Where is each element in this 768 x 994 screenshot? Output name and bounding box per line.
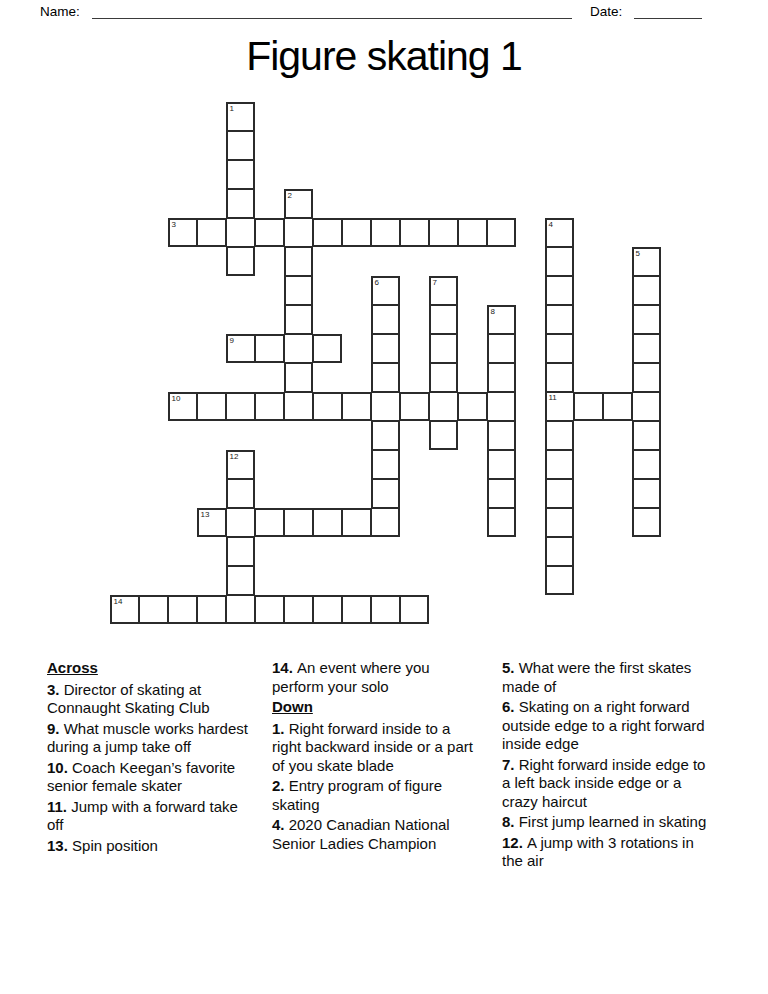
grid-cell[interactable] [226, 566, 255, 595]
grid-cell[interactable] [284, 392, 313, 421]
grid-cell[interactable] [342, 595, 371, 624]
clue-number: 14 [114, 597, 123, 606]
clue-num-label: 14. [272, 659, 297, 676]
grid-cell[interactable] [632, 334, 661, 363]
clue-text: Coach Keegan’s favorite senior female sk… [47, 759, 235, 795]
page-title: Figure skating 1 [0, 33, 768, 80]
grid-cell[interactable] [545, 566, 574, 595]
grid-cell[interactable] [197, 392, 226, 421]
clue-7-down: 7. Right forward inside edge to a left b… [502, 756, 714, 812]
clue-10-across: 10. Coach Keegan’s favorite senior femal… [47, 759, 251, 796]
clue-3-across: 3. Director of skating at Connaught Skat… [47, 681, 251, 718]
clue-num-label: 13. [47, 837, 72, 854]
grid-cell[interactable] [429, 421, 458, 450]
clue-num-label: 4. [272, 816, 289, 833]
clue-num-label: 7. [502, 756, 519, 773]
clue-2-down: 2. Entry program of figure skating [272, 777, 479, 814]
grid-cell[interactable]: 13 [197, 508, 226, 537]
grid-cell[interactable]: 1 [226, 102, 255, 131]
grid-cell[interactable]: 11 [545, 392, 574, 421]
grid-cell[interactable] [371, 218, 400, 247]
clue-number: 2 [288, 191, 292, 200]
grid-cell[interactable] [255, 392, 284, 421]
clue-text: First jump learned in skating [519, 813, 707, 830]
clue-num-label: 6. [502, 698, 519, 715]
clue-text: Right forward inside edge to a left back… [502, 756, 705, 810]
grid-cell[interactable]: 4 [545, 218, 574, 247]
grid-cell[interactable] [400, 392, 429, 421]
grid-cell[interactable] [371, 305, 400, 334]
clue-number: 8 [491, 307, 495, 316]
grid-cell[interactable] [545, 247, 574, 276]
clue-number: 11 [549, 393, 557, 402]
grid-cell[interactable] [284, 218, 313, 247]
grid-cell[interactable] [458, 392, 487, 421]
clue-4-down: 4. 2020 Canadian National Senior Ladies … [272, 816, 479, 853]
grid-cell[interactable] [197, 218, 226, 247]
grid-cell[interactable] [632, 508, 661, 537]
grid-cell[interactable] [226, 218, 255, 247]
grid-cell[interactable]: 8 [487, 305, 516, 334]
name-label: Name: [40, 4, 80, 19]
crossword-grid: 1234567891011121314 [110, 102, 663, 626]
clue-number: 1 [230, 104, 234, 113]
grid-cell[interactable] [487, 508, 516, 537]
grid-cell[interactable] [545, 305, 574, 334]
grid-cell[interactable] [313, 334, 342, 363]
grid-cell[interactable] [545, 479, 574, 508]
grid-cell[interactable] [545, 537, 574, 566]
clue-text: Jump with a forward take off [47, 798, 238, 834]
grid-cell[interactable] [574, 392, 603, 421]
grid-cell[interactable] [487, 334, 516, 363]
clues-column-down: 5. What were the first skates made of6. … [502, 659, 714, 873]
grid-cell[interactable] [226, 595, 255, 624]
clue-number: 4 [549, 220, 553, 229]
grid-cell[interactable] [400, 218, 429, 247]
grid-cell[interactable] [284, 595, 313, 624]
grid-cell[interactable] [313, 218, 342, 247]
clue-8-down: 8. First jump learned in skating [502, 813, 714, 832]
grid-cell[interactable] [632, 479, 661, 508]
grid-cell[interactable] [226, 479, 255, 508]
grid-cell[interactable] [226, 160, 255, 189]
clue-text: Entry program of figure skating [272, 777, 442, 813]
grid-cell[interactable] [545, 276, 574, 305]
clue-14-across: 14. An event where you perform your solo [272, 659, 479, 696]
clue-13-across: 13. Spin position [47, 837, 251, 856]
grid-cell[interactable] [284, 247, 313, 276]
grid-cell[interactable] [632, 450, 661, 479]
clue-text: 2020 Canadian National Senior Ladies Cha… [272, 816, 450, 852]
grid-cell[interactable] [255, 218, 284, 247]
grid-cell[interactable] [632, 392, 661, 421]
clue-text: What muscle works hardest during a jump … [47, 720, 248, 756]
clue-1-down: 1. Right forward inside to a right backw… [272, 720, 479, 776]
grid-cell[interactable] [226, 131, 255, 160]
grid-cell[interactable] [371, 479, 400, 508]
clue-number: 6 [375, 278, 379, 287]
grid-cell[interactable] [313, 595, 342, 624]
grid-cell[interactable] [371, 508, 400, 537]
grid-cell[interactable] [313, 392, 342, 421]
grid-cell[interactable] [487, 421, 516, 450]
grid-cell[interactable]: 3 [168, 218, 197, 247]
date-label: Date: [590, 4, 622, 19]
clue-12-down: 12. A jump with 3 rotations in the air [502, 834, 714, 871]
grid-cell[interactable]: 2 [284, 189, 313, 218]
grid-cell[interactable] [545, 508, 574, 537]
clue-11-across: 11. Jump with a forward take off [47, 798, 251, 835]
grid-cell[interactable] [313, 508, 342, 537]
clue-text: Skating on a right forward outside edge … [502, 698, 705, 752]
grid-cell[interactable] [168, 595, 197, 624]
clue-5-down: 5. What were the first skates made of [502, 659, 714, 696]
grid-cell[interactable] [545, 363, 574, 392]
grid-cell[interactable] [255, 508, 284, 537]
grid-cell[interactable] [371, 450, 400, 479]
clue-num-label: 9. [47, 720, 64, 737]
grid-cell[interactable]: 5 [632, 247, 661, 276]
grid-cell[interactable] [342, 508, 371, 537]
clue-num-label: 5. [502, 659, 519, 676]
clue-num-label: 3. [47, 681, 64, 698]
grid-cell[interactable]: 12 [226, 450, 255, 479]
grid-cell[interactable] [487, 363, 516, 392]
clue-num-label: 8. [502, 813, 519, 830]
grid-cell[interactable] [603, 392, 632, 421]
grid-cell[interactable] [371, 334, 400, 363]
grid-cell[interactable] [226, 247, 255, 276]
grid-cell[interactable] [632, 421, 661, 450]
grid-cell[interactable]: 10 [168, 392, 197, 421]
grid-cell[interactable] [284, 508, 313, 537]
clue-number: 5 [636, 249, 640, 258]
clue-text: Right forward inside to a right backward… [272, 720, 473, 774]
grid-cell[interactable] [284, 334, 313, 363]
clues-column-across: Across3. Director of skating at Connaugh… [47, 659, 251, 857]
grid-cell[interactable] [545, 450, 574, 479]
grid-cell[interactable] [487, 479, 516, 508]
grid-cell[interactable] [371, 595, 400, 624]
clue-text: A jump with 3 rotations in the air [502, 834, 694, 870]
clue-6-down: 6. Skating on a right forward outside ed… [502, 698, 714, 754]
grid-cell[interactable] [429, 334, 458, 363]
clue-text: Spin position [72, 837, 158, 854]
clue-num-label: 2. [272, 777, 289, 794]
clue-text: What were the first skates made of [502, 659, 691, 695]
clue-num-label: 10. [47, 759, 72, 776]
worksheet-header: Name: Date: [0, 3, 768, 23]
clue-num-label: 11. [47, 798, 71, 815]
grid-cell[interactable] [197, 595, 226, 624]
grid-cell[interactable] [458, 218, 487, 247]
grid-cell[interactable] [429, 218, 458, 247]
grid-cell[interactable] [487, 392, 516, 421]
grid-cell[interactable] [255, 334, 284, 363]
grid-cell[interactable] [429, 392, 458, 421]
grid-cell[interactable] [284, 363, 313, 392]
clue-number: 13 [201, 510, 210, 519]
clue-9-across: 9. What muscle works hardest during a ju… [47, 720, 251, 757]
grid-cell[interactable] [284, 276, 313, 305]
grid-cell[interactable] [226, 189, 255, 218]
grid-cell[interactable]: 7 [429, 276, 458, 305]
clue-num-label: 1. [272, 720, 289, 737]
grid-cell[interactable] [487, 450, 516, 479]
clue-number: 10 [172, 394, 181, 403]
grid-cell[interactable] [400, 595, 429, 624]
clue-text: Director of skating at Connaught Skating… [47, 681, 210, 717]
grid-cell[interactable] [342, 392, 371, 421]
grid-cell[interactable] [429, 363, 458, 392]
grid-cell[interactable] [139, 595, 168, 624]
grid-cell[interactable] [371, 363, 400, 392]
grid-cell[interactable] [371, 392, 400, 421]
clue-number: 12 [230, 452, 239, 461]
grid-cell[interactable] [342, 218, 371, 247]
grid-cell[interactable] [226, 508, 255, 537]
grid-cell[interactable] [429, 305, 458, 334]
across-header: Across [47, 659, 251, 678]
grid-cell[interactable]: 9 [226, 334, 255, 363]
clue-number: 7 [433, 278, 437, 287]
grid-cell[interactable] [284, 305, 313, 334]
grid-cell[interactable] [545, 334, 574, 363]
clues-column-middle: 14. An event where you perform your solo… [272, 659, 479, 855]
grid-cell[interactable] [226, 392, 255, 421]
grid-cell[interactable]: 14 [110, 595, 139, 624]
clue-num-label: 12. [502, 834, 527, 851]
down-header: Down [272, 698, 479, 717]
clue-number: 3 [172, 220, 176, 229]
grid-cell[interactable] [632, 305, 661, 334]
date-blank-line[interactable] [634, 3, 702, 19]
clue-number: 9 [230, 336, 234, 345]
grid-cell[interactable] [255, 595, 284, 624]
grid-cell[interactable]: 6 [371, 276, 400, 305]
grid-cell[interactable] [632, 363, 661, 392]
grid-cell[interactable] [632, 276, 661, 305]
grid-cell[interactable] [545, 421, 574, 450]
grid-cell[interactable] [371, 421, 400, 450]
grid-cell[interactable] [487, 218, 516, 247]
grid-cell[interactable] [226, 537, 255, 566]
name-blank-line[interactable] [92, 3, 572, 19]
